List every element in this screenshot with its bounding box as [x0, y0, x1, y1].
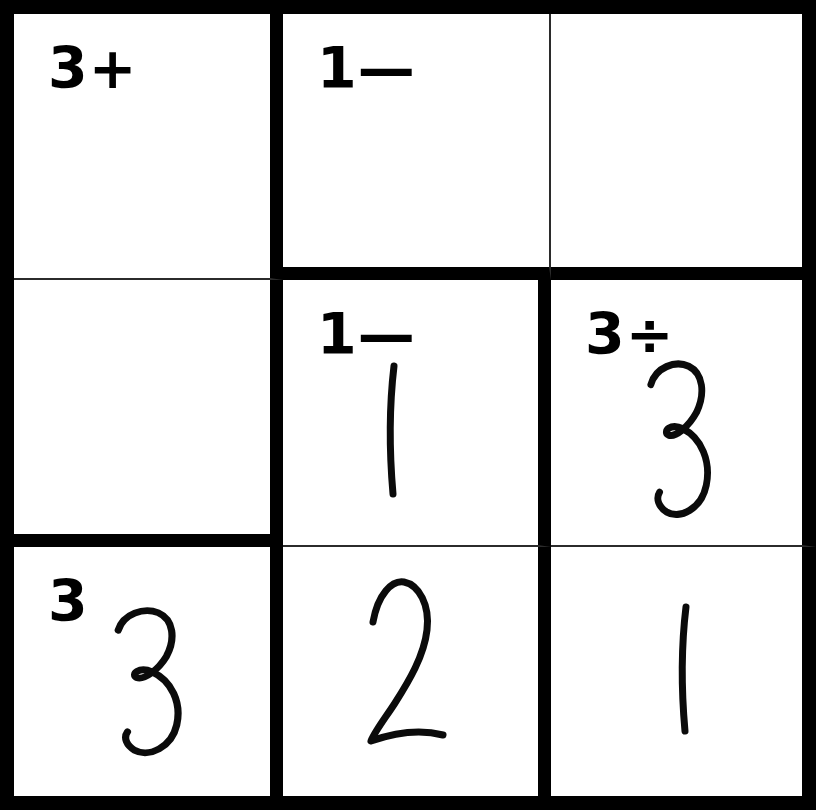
cage-clue-1minus-top: 1—: [317, 40, 416, 97]
cell-r1c2[interactable]: 1—: [283, 14, 551, 280]
handwritten-digit-2: [363, 574, 453, 752]
handwritten-digit-3: [110, 605, 188, 758]
handwritten-digit-1: [371, 360, 415, 500]
cell-r3c3[interactable]: [551, 547, 816, 810]
cell-r1c3[interactable]: [551, 14, 816, 280]
cage-clue-3divide: 3÷: [585, 306, 674, 363]
cage-clue-3given: 3: [48, 573, 89, 630]
kenken-board: 3+ 1— 1— 3÷ 3: [0, 0, 816, 810]
handwritten-digit-3: [643, 358, 717, 520]
cell-r2c3[interactable]: 3÷: [551, 280, 816, 547]
cell-r2c2[interactable]: 1—: [283, 280, 551, 547]
cell-r3c2[interactable]: [283, 547, 551, 810]
handwritten-digit-1: [663, 601, 707, 737]
cell-r3c1[interactable]: 3: [14, 547, 283, 810]
cell-r1c1[interactable]: 3+: [14, 14, 283, 280]
cage-clue-1minus-mid: 1—: [317, 306, 416, 363]
cell-r2c1[interactable]: [14, 280, 283, 547]
cage-clue-3plus: 3+: [48, 40, 137, 97]
